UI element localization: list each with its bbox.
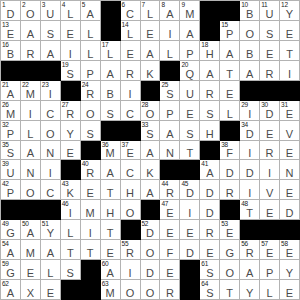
cell-letter: E bbox=[280, 287, 299, 299]
cell-r6c2[interactable]: I bbox=[21, 101, 41, 121]
cell-r3c8[interactable]: A bbox=[141, 41, 161, 61]
cell-r4c6[interactable]: A bbox=[101, 61, 121, 81]
cell-r7c1[interactable]: 32P bbox=[1, 121, 21, 141]
black-cell-r4c1 bbox=[1, 61, 21, 81]
cell-letter: R bbox=[200, 88, 219, 100]
cell-r3c11[interactable]: 18H bbox=[200, 41, 220, 61]
cell-letter: E bbox=[260, 48, 279, 60]
cell-r2c13[interactable]: O bbox=[240, 21, 260, 41]
cell-letter: P bbox=[160, 108, 179, 120]
cell-r12c3[interactable]: 51Y bbox=[41, 220, 61, 240]
cell-r8c8[interactable]: A bbox=[141, 141, 161, 161]
cell-r1c7[interactable]: 6C bbox=[121, 1, 141, 21]
clue-number: 15 bbox=[221, 21, 228, 28]
cell-letter: O bbox=[141, 287, 160, 299]
cell-r13c1[interactable]: 54A bbox=[1, 240, 21, 260]
cell-r12c10[interactable]: E bbox=[180, 220, 200, 240]
cell-r10c6[interactable]: T bbox=[101, 180, 121, 200]
cell-r7c9[interactable]: A bbox=[160, 121, 180, 141]
cell-r3c13[interactable]: B bbox=[240, 41, 260, 61]
cell-r1c3[interactable]: 3U bbox=[41, 1, 61, 21]
cell-r9c5[interactable]: 40R bbox=[81, 160, 101, 180]
cell-r13c14[interactable]: 57E bbox=[260, 240, 280, 260]
cell-r2c1[interactable]: 13E bbox=[1, 21, 21, 41]
cell-r3c3[interactable]: A bbox=[41, 41, 61, 61]
cell-r14c7[interactable]: I bbox=[121, 260, 141, 280]
cell-r1c9[interactable]: 8A bbox=[160, 1, 180, 21]
cell-letter: N bbox=[41, 147, 60, 159]
black-cell-r4c3 bbox=[41, 61, 61, 81]
cell-letter: D bbox=[180, 247, 199, 259]
cell-r6c14[interactable]: 30D bbox=[260, 101, 280, 121]
cell-letter: B bbox=[240, 8, 259, 20]
cell-r10c14[interactable]: V bbox=[260, 180, 280, 200]
cell-r9c13[interactable]: D bbox=[240, 160, 260, 180]
cell-r15c8[interactable]: O bbox=[141, 280, 161, 300]
cell-letter: S bbox=[141, 128, 160, 140]
cell-r11c5[interactable]: M bbox=[81, 200, 101, 220]
cell-letter: A bbox=[160, 8, 179, 20]
cell-r14c3[interactable]: L bbox=[41, 260, 61, 280]
cell-r6c6[interactable]: S bbox=[101, 101, 121, 121]
cell-r6c9[interactable]: P bbox=[160, 101, 180, 121]
cell-letter: L bbox=[121, 28, 140, 40]
cell-r6c5[interactable]: O bbox=[81, 101, 101, 121]
cell-r11c6[interactable]: H bbox=[101, 200, 121, 220]
cell-r12c9[interactable]: E bbox=[160, 220, 180, 240]
cell-r7c11[interactable]: H bbox=[200, 121, 220, 141]
cell-r10c10[interactable]: 45D bbox=[180, 180, 200, 200]
cell-r4c8[interactable]: K bbox=[141, 61, 161, 81]
cell-letter: Q bbox=[180, 68, 199, 80]
cell-r6c10[interactable]: E bbox=[180, 101, 200, 121]
cell-letter: E bbox=[121, 48, 140, 60]
cell-r11c13[interactable]: 48T bbox=[240, 200, 260, 220]
cell-r7c8[interactable]: 33S bbox=[141, 121, 161, 141]
cell-r14c12[interactable]: O bbox=[220, 260, 240, 280]
cell-r1c13[interactable]: 10B bbox=[240, 1, 260, 21]
cell-r9c11[interactable]: 41A bbox=[200, 160, 220, 180]
cell-r2c8[interactable]: E bbox=[141, 21, 161, 41]
clue-number: 21 bbox=[2, 81, 9, 88]
cell-letter: R bbox=[240, 247, 259, 259]
cell-r11c15[interactable]: D bbox=[280, 200, 300, 220]
cell-r14c8[interactable]: D bbox=[141, 260, 161, 280]
cell-letter: E bbox=[160, 267, 179, 279]
clue-number: 34 bbox=[241, 121, 248, 128]
cell-letter: E bbox=[260, 247, 279, 259]
cell-r6c8[interactable]: 28O bbox=[141, 101, 161, 121]
cell-r1c5[interactable]: 5A bbox=[81, 1, 101, 21]
cell-r11c10[interactable]: I bbox=[180, 200, 200, 220]
cell-letter: B bbox=[1, 48, 20, 60]
cell-letter: I bbox=[160, 28, 179, 40]
cell-r10c5[interactable]: E bbox=[81, 180, 101, 200]
cell-r4c7[interactable]: R bbox=[121, 61, 141, 81]
cell-r10c9[interactable]: 44R bbox=[160, 180, 180, 200]
cell-letter: S bbox=[1, 147, 20, 159]
cell-r13c10[interactable]: D bbox=[180, 240, 200, 260]
cell-r11c9[interactable]: 47E bbox=[160, 200, 180, 220]
cell-r3c7[interactable]: E bbox=[121, 41, 141, 61]
cell-r3c10[interactable]: P bbox=[180, 41, 200, 61]
cell-r4c13[interactable]: A bbox=[240, 61, 260, 81]
black-cell-r12c7 bbox=[121, 220, 141, 240]
cell-r13c11[interactable]: E bbox=[200, 240, 220, 260]
cell-r12c8[interactable]: 52D bbox=[141, 220, 161, 240]
cell-r8c14[interactable]: R bbox=[260, 141, 280, 161]
cell-letter: I bbox=[81, 227, 100, 239]
cell-r5c12[interactable]: E bbox=[220, 81, 240, 101]
cell-r14c15[interactable]: Y bbox=[280, 260, 300, 280]
cell-r12c2[interactable]: 50A bbox=[21, 220, 41, 240]
cell-letter: P bbox=[1, 187, 20, 199]
cell-r9c1[interactable]: 39U bbox=[1, 160, 21, 180]
cell-r3c15[interactable]: T bbox=[280, 41, 300, 61]
cell-r2c10[interactable]: A bbox=[180, 21, 200, 41]
cell-r10c8[interactable]: A bbox=[141, 180, 161, 200]
cell-r15c7[interactable]: O bbox=[121, 280, 141, 300]
cell-r5c5[interactable]: 24R bbox=[81, 81, 101, 101]
cell-r8c3[interactable]: N bbox=[41, 141, 61, 161]
cell-r2c3[interactable]: S bbox=[41, 21, 61, 41]
cell-letter: K bbox=[141, 167, 160, 179]
cell-letter: A bbox=[1, 247, 20, 259]
cell-letter: E bbox=[260, 128, 279, 140]
cell-r6c3[interactable]: C bbox=[41, 101, 61, 121]
cell-r9c6[interactable]: A bbox=[101, 160, 121, 180]
cell-letter: I bbox=[260, 167, 279, 179]
cell-r14c4[interactable]: S bbox=[61, 260, 81, 280]
cell-r6c1[interactable]: 26M bbox=[1, 101, 21, 121]
cell-r7c15[interactable]: V bbox=[280, 121, 300, 141]
cell-r12c1[interactable]: 49G bbox=[1, 220, 21, 240]
cell-letter: T bbox=[61, 247, 80, 259]
cell-r9c15[interactable]: N bbox=[280, 160, 300, 180]
cell-letter: S bbox=[61, 267, 80, 279]
cell-r8c2[interactable]: A bbox=[21, 141, 41, 161]
cell-r11c14[interactable]: E bbox=[260, 200, 280, 220]
cell-r15c12[interactable]: T bbox=[220, 280, 240, 300]
cell-r10c3[interactable]: C bbox=[41, 180, 61, 200]
black-cell-r15c10 bbox=[180, 280, 200, 300]
cell-r4c11[interactable]: A bbox=[200, 61, 220, 81]
cell-r12c4[interactable]: L bbox=[61, 220, 81, 240]
cell-letter: R bbox=[81, 88, 100, 100]
cell-letter: S bbox=[101, 108, 120, 120]
cell-letter: D bbox=[200, 207, 219, 219]
cell-r15c11[interactable]: 64S bbox=[200, 280, 220, 300]
cell-r15c1[interactable]: 62A bbox=[1, 280, 21, 300]
cell-r2c14[interactable]: S bbox=[260, 21, 280, 41]
clue-number: 17 bbox=[102, 41, 109, 48]
cell-letter: R bbox=[81, 167, 100, 179]
cell-r6c15[interactable]: 31E bbox=[280, 101, 300, 121]
cell-letter: C bbox=[121, 8, 140, 20]
cell-r5c7[interactable]: I bbox=[121, 81, 141, 101]
cell-r3c2[interactable]: R bbox=[21, 41, 41, 61]
cell-r1c14[interactable]: 11U bbox=[260, 1, 280, 21]
cell-letter: R bbox=[121, 68, 140, 80]
cell-r1c4[interactable]: 4L bbox=[61, 1, 81, 21]
cell-r8c6[interactable]: 36M bbox=[101, 141, 121, 161]
cell-r9c2[interactable]: N bbox=[21, 160, 41, 180]
cell-r10c12[interactable]: R bbox=[220, 180, 240, 200]
cell-letter: A bbox=[141, 48, 160, 60]
cell-r10c11[interactable]: D bbox=[200, 180, 220, 200]
cell-r2c15[interactable]: E bbox=[280, 21, 300, 41]
clue-number: 26 bbox=[2, 101, 9, 108]
cell-r4c12[interactable]: T bbox=[220, 61, 240, 81]
cell-r14c2[interactable]: E bbox=[21, 260, 41, 280]
cell-r3c9[interactable]: L bbox=[160, 41, 180, 61]
cell-r13c8[interactable]: O bbox=[141, 240, 161, 260]
cell-r1c10[interactable]: 9M bbox=[180, 1, 200, 21]
cell-letter: R bbox=[61, 108, 80, 120]
cell-r6c7[interactable]: C bbox=[121, 101, 141, 121]
cell-r15c6[interactable]: 63M bbox=[101, 280, 121, 300]
black-cell-r4c2 bbox=[21, 61, 41, 81]
cell-letter: I bbox=[240, 108, 259, 120]
cell-r5c2[interactable]: 22M bbox=[21, 81, 41, 101]
clue-number: 43 bbox=[62, 180, 69, 187]
cell-letter: E bbox=[200, 247, 219, 259]
black-cell-r1c6 bbox=[101, 1, 121, 21]
cell-r10c4[interactable]: 43K bbox=[61, 180, 81, 200]
cell-r2c5[interactable]: L bbox=[81, 21, 101, 41]
cell-r2c7[interactable]: 14L bbox=[121, 21, 141, 41]
cell-r14c6[interactable]: 60A bbox=[101, 260, 121, 280]
cell-r5c6[interactable]: B bbox=[101, 81, 121, 101]
cell-letter: I bbox=[121, 267, 140, 279]
cell-letter: L bbox=[81, 28, 100, 40]
cell-r1c2[interactable]: 2O bbox=[21, 1, 41, 21]
cell-letter: G bbox=[1, 227, 20, 239]
cell-r13c2[interactable]: M bbox=[21, 240, 41, 260]
cell-r5c10[interactable]: U bbox=[180, 81, 200, 101]
cell-letter: T bbox=[101, 227, 120, 239]
cell-letter: S bbox=[61, 68, 80, 80]
cell-r10c1[interactable]: 42P bbox=[1, 180, 21, 200]
cell-letter: E bbox=[141, 28, 160, 40]
cell-r15c2[interactable]: X bbox=[21, 280, 41, 300]
cell-letter: L bbox=[81, 48, 100, 60]
cell-r4c4[interactable]: 19S bbox=[61, 61, 81, 81]
cell-r8c9[interactable]: N bbox=[160, 141, 180, 161]
cell-r7c10[interactable]: S bbox=[180, 121, 200, 141]
cell-letter: R bbox=[121, 247, 140, 259]
black-cell-r8c5 bbox=[81, 141, 101, 161]
clue-number: 29 bbox=[241, 101, 248, 108]
cell-letter: B bbox=[101, 88, 120, 100]
cell-r10c13[interactable]: I bbox=[240, 180, 260, 200]
cell-r9c8[interactable]: K bbox=[141, 160, 161, 180]
cell-letter: R bbox=[260, 68, 279, 80]
clue-number: 22 bbox=[22, 81, 29, 88]
cell-letter: O bbox=[121, 287, 140, 299]
cell-letter: L bbox=[141, 8, 160, 20]
cell-r13c13[interactable]: 56R bbox=[240, 240, 260, 260]
cell-r12c5[interactable]: I bbox=[81, 220, 101, 240]
cell-r11c4[interactable]: 46I bbox=[61, 200, 81, 220]
cell-letter: U bbox=[260, 8, 279, 20]
cell-r14c1[interactable]: 59G bbox=[1, 260, 21, 280]
cell-r10c2[interactable]: O bbox=[21, 180, 41, 200]
cell-r6c12[interactable]: L bbox=[220, 101, 240, 121]
cell-r9c12[interactable]: D bbox=[220, 160, 240, 180]
cell-r12c6[interactable]: T bbox=[101, 220, 121, 240]
cell-r13c5[interactable]: T bbox=[81, 240, 101, 260]
cell-r9c7[interactable]: C bbox=[121, 160, 141, 180]
cell-letter: A bbox=[101, 167, 120, 179]
cell-letter: R bbox=[160, 187, 179, 199]
cell-letter: Y bbox=[280, 267, 299, 279]
cell-letter: C bbox=[121, 108, 140, 120]
cell-letter: M bbox=[101, 287, 120, 299]
cell-r13c7[interactable]: 55R bbox=[121, 240, 141, 260]
cell-r8c15[interactable]: E bbox=[280, 141, 300, 161]
cell-r2c4[interactable]: E bbox=[61, 21, 81, 41]
cell-r10c15[interactable]: E bbox=[280, 180, 300, 200]
cell-r2c9[interactable]: I bbox=[160, 21, 180, 41]
cell-letter: V bbox=[280, 128, 299, 140]
cell-r2c12[interactable]: 15P bbox=[220, 21, 240, 41]
black-cell-r12c14 bbox=[260, 220, 280, 240]
cell-letter: L bbox=[41, 267, 60, 279]
cell-r5c11[interactable]: R bbox=[200, 81, 220, 101]
black-cell-r9c4 bbox=[61, 160, 81, 180]
cell-r3c4[interactable]: I bbox=[61, 41, 81, 61]
cell-r12c12[interactable]: 53E bbox=[220, 220, 240, 240]
cell-r13c3[interactable]: A bbox=[41, 240, 61, 260]
cell-r13c15[interactable]: 58E bbox=[280, 240, 300, 260]
cell-letter: E bbox=[61, 28, 80, 40]
black-cell-r7c6 bbox=[101, 121, 121, 141]
cell-r13c6[interactable]: E bbox=[101, 240, 121, 260]
cell-r7c3[interactable]: O bbox=[41, 121, 61, 141]
cell-r1c1[interactable]: 1D bbox=[1, 1, 21, 21]
cell-r9c3[interactable]: I bbox=[41, 160, 61, 180]
cell-letter: H bbox=[200, 128, 219, 140]
cell-r8c13[interactable]: I bbox=[240, 141, 260, 161]
cell-r15c9[interactable]: R bbox=[160, 280, 180, 300]
black-cell-r11c2 bbox=[21, 200, 41, 220]
cell-r4c5[interactable]: P bbox=[81, 61, 101, 81]
cell-r8c1[interactable]: 35S bbox=[1, 141, 21, 161]
cell-r4c10[interactable]: 20Q bbox=[180, 61, 200, 81]
cell-r3c5[interactable]: L bbox=[81, 41, 101, 61]
cell-letter: O bbox=[141, 108, 160, 120]
cell-r10c7[interactable]: H bbox=[121, 180, 141, 200]
cell-r7c5[interactable]: S bbox=[81, 121, 101, 141]
black-cell-r2c11 bbox=[200, 21, 220, 41]
cell-r6c4[interactable]: 27R bbox=[61, 101, 81, 121]
cell-letter: A bbox=[200, 68, 219, 80]
cell-letter: H bbox=[101, 207, 120, 219]
cell-letter: S bbox=[160, 88, 179, 100]
cell-letter: D bbox=[1, 8, 20, 20]
clue-number: 61 bbox=[201, 260, 208, 267]
cell-r9c14[interactable]: I bbox=[260, 160, 280, 180]
cell-letter: A bbox=[200, 167, 219, 179]
cell-r14c13[interactable]: A bbox=[240, 260, 260, 280]
cell-r14c11[interactable]: 61S bbox=[200, 260, 220, 280]
cell-r15c15[interactable]: E bbox=[280, 280, 300, 300]
clue-number: 24 bbox=[82, 81, 89, 88]
cell-r1c8[interactable]: 7L bbox=[141, 1, 161, 21]
cell-r13c12[interactable]: G bbox=[220, 240, 240, 260]
black-cell-r15c4 bbox=[61, 280, 81, 300]
cell-letter: D bbox=[180, 187, 199, 199]
cell-r15c13[interactable]: Y bbox=[240, 280, 260, 300]
cell-r7c13[interactable]: 34D bbox=[240, 121, 260, 141]
cell-r8c10[interactable]: T bbox=[180, 141, 200, 161]
cell-letter: L bbox=[260, 287, 279, 299]
cell-r7c2[interactable]: L bbox=[21, 121, 41, 141]
cell-r15c3[interactable]: E bbox=[41, 280, 61, 300]
cell-letter: N bbox=[280, 167, 299, 179]
cell-r3c12[interactable]: A bbox=[220, 41, 240, 61]
cell-letter: A bbox=[101, 267, 120, 279]
cell-r7c14[interactable]: E bbox=[260, 121, 280, 141]
cell-r4c15[interactable]: I bbox=[280, 61, 300, 81]
cell-r5c3[interactable]: 23I bbox=[41, 81, 61, 101]
cell-letter: S bbox=[260, 28, 279, 40]
black-cell-r5c4 bbox=[61, 81, 81, 101]
cell-r3c6[interactable]: 17L bbox=[101, 41, 121, 61]
cell-r2c2[interactable]: A bbox=[21, 21, 41, 41]
cell-r6c13[interactable]: 29I bbox=[240, 101, 260, 121]
cell-r3c14[interactable]: E bbox=[260, 41, 280, 61]
cell-r8c4[interactable]: E bbox=[61, 141, 81, 161]
cell-letter: O bbox=[21, 187, 40, 199]
cell-r5c9[interactable]: 25S bbox=[160, 81, 180, 101]
cell-letter: Y bbox=[240, 287, 259, 299]
cell-letter: E bbox=[180, 227, 199, 239]
black-cell-r15c5 bbox=[81, 280, 101, 300]
cell-letter: D bbox=[200, 187, 219, 199]
cell-letter: S bbox=[81, 128, 100, 140]
cell-letter: I bbox=[280, 68, 299, 80]
cell-letter: A bbox=[41, 48, 60, 60]
cell-r4c14[interactable]: R bbox=[260, 61, 280, 81]
black-cell-r11c1 bbox=[1, 200, 21, 220]
cell-r8c7[interactable]: 37E bbox=[121, 141, 141, 161]
cell-r6c11[interactable]: S bbox=[200, 101, 220, 121]
cell-r12c11[interactable]: R bbox=[200, 220, 220, 240]
cell-r8c12[interactable]: 38F bbox=[220, 141, 240, 161]
cell-r13c9[interactable]: F bbox=[160, 240, 180, 260]
cell-letter: L bbox=[61, 227, 80, 239]
cell-letter: R bbox=[220, 187, 239, 199]
cell-r13c4[interactable]: T bbox=[61, 240, 81, 260]
cell-r3c1[interactable]: 16B bbox=[1, 41, 21, 61]
cell-r1c15[interactable]: 12Y bbox=[280, 1, 300, 21]
cell-letter: A bbox=[1, 287, 20, 299]
cell-letter: H bbox=[200, 48, 219, 60]
cell-letter: V bbox=[260, 187, 279, 199]
cell-r7c4[interactable]: Y bbox=[61, 121, 81, 141]
cell-letter: P bbox=[180, 48, 199, 60]
cell-r14c9[interactable]: E bbox=[160, 260, 180, 280]
cell-letter: K bbox=[61, 187, 80, 199]
cell-r11c11[interactable]: D bbox=[200, 200, 220, 220]
cell-r15c14[interactable]: L bbox=[260, 280, 280, 300]
cell-letter: L bbox=[61, 8, 80, 20]
cell-r14c14[interactable]: P bbox=[260, 260, 280, 280]
cell-r11c7[interactable]: O bbox=[121, 200, 141, 220]
cell-r5c1[interactable]: 21A bbox=[1, 81, 21, 101]
